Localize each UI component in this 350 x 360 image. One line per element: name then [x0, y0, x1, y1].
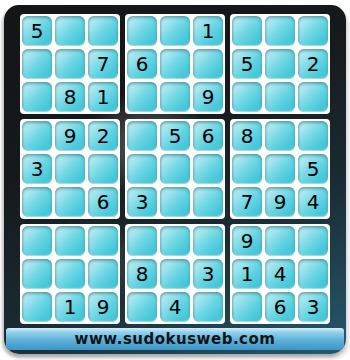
cell-r2c6[interactable]: [193, 49, 223, 79]
cell-r3c8[interactable]: [265, 82, 295, 112]
cell-r5c1[interactable]: 3: [22, 154, 52, 184]
cell-r4c5[interactable]: 5: [160, 121, 190, 151]
cell-r1c6[interactable]: 1: [193, 16, 223, 46]
cell-r4c9[interactable]: [298, 121, 328, 151]
box-2: 169: [125, 14, 225, 114]
cell-r9c6[interactable]: [193, 292, 223, 322]
box-3: 52: [230, 14, 330, 114]
cell-r7c2[interactable]: [55, 226, 85, 256]
box-9: 91463: [230, 224, 330, 324]
cell-r3c2[interactable]: 8: [55, 82, 85, 112]
cell-r9c7[interactable]: [232, 292, 262, 322]
box-8: 834: [125, 224, 225, 324]
cell-r2c7[interactable]: 5: [232, 49, 262, 79]
cell-r2c9[interactable]: 2: [298, 49, 328, 79]
cell-r7c4[interactable]: [127, 226, 157, 256]
cell-r7c5[interactable]: [160, 226, 190, 256]
cell-r3c7[interactable]: [232, 82, 262, 112]
cell-r3c9[interactable]: [298, 82, 328, 112]
cell-r9c9[interactable]: 3: [298, 292, 328, 322]
cell-r8c7[interactable]: 1: [232, 259, 262, 289]
cell-r3c6[interactable]: 9: [193, 82, 223, 112]
cell-r2c3[interactable]: 7: [88, 49, 118, 79]
cell-r4c7[interactable]: 8: [232, 121, 262, 151]
cell-r4c1[interactable]: [22, 121, 52, 151]
box-1: 5781: [20, 14, 120, 114]
cell-r9c3[interactable]: 9: [88, 292, 118, 322]
box-7: 19: [20, 224, 120, 324]
cell-r7c3[interactable]: [88, 226, 118, 256]
cell-r5c8[interactable]: [265, 154, 295, 184]
cell-r4c8[interactable]: [265, 121, 295, 151]
cell-r5c5[interactable]: [160, 154, 190, 184]
cell-r8c9[interactable]: [298, 259, 328, 289]
cell-r2c8[interactable]: [265, 49, 295, 79]
cell-r8c6[interactable]: 3: [193, 259, 223, 289]
cell-r8c1[interactable]: [22, 259, 52, 289]
cell-r9c5[interactable]: 4: [160, 292, 190, 322]
cell-r8c8[interactable]: 4: [265, 259, 295, 289]
cell-r1c1[interactable]: 5: [22, 16, 52, 46]
cell-r2c5[interactable]: [160, 49, 190, 79]
box-4: 9236: [20, 119, 120, 219]
cell-r4c6[interactable]: 6: [193, 121, 223, 151]
cell-r7c9[interactable]: [298, 226, 328, 256]
board-frame: 5781169529236563857941983491463 www.sudo…: [4, 5, 346, 354]
cell-r4c3[interactable]: 2: [88, 121, 118, 151]
cell-r5c9[interactable]: 5: [298, 154, 328, 184]
cell-r9c8[interactable]: 6: [265, 292, 295, 322]
sudoku-page: 5781169529236563857941983491463 www.sudo…: [0, 0, 350, 360]
cell-r9c2[interactable]: 1: [55, 292, 85, 322]
cell-r6c6[interactable]: [193, 187, 223, 217]
cell-r1c2[interactable]: [55, 16, 85, 46]
cell-r8c5[interactable]: [160, 259, 190, 289]
cell-r6c7[interactable]: 7: [232, 187, 262, 217]
cell-r9c4[interactable]: [127, 292, 157, 322]
cell-r6c4[interactable]: 3: [127, 187, 157, 217]
cell-r8c3[interactable]: [88, 259, 118, 289]
cell-r3c1[interactable]: [22, 82, 52, 112]
cell-r6c1[interactable]: [22, 187, 52, 217]
cell-r6c8[interactable]: 9: [265, 187, 295, 217]
cell-r3c5[interactable]: [160, 82, 190, 112]
cell-r9c1[interactable]: [22, 292, 52, 322]
cell-r3c3[interactable]: 1: [88, 82, 118, 112]
cell-r2c1[interactable]: [22, 49, 52, 79]
cell-r5c3[interactable]: [88, 154, 118, 184]
cell-r1c3[interactable]: [88, 16, 118, 46]
cell-r1c4[interactable]: [127, 16, 157, 46]
cell-r8c4[interactable]: 8: [127, 259, 157, 289]
cell-r5c6[interactable]: [193, 154, 223, 184]
cell-r1c9[interactable]: [298, 16, 328, 46]
cell-r7c7[interactable]: 9: [232, 226, 262, 256]
cell-r6c2[interactable]: [55, 187, 85, 217]
cell-r4c4[interactable]: [127, 121, 157, 151]
cell-r6c5[interactable]: [160, 187, 190, 217]
box-6: 85794: [230, 119, 330, 219]
cell-r7c1[interactable]: [22, 226, 52, 256]
cell-r6c3[interactable]: 6: [88, 187, 118, 217]
cell-r5c2[interactable]: [55, 154, 85, 184]
cell-r2c4[interactable]: 6: [127, 49, 157, 79]
cell-r6c9[interactable]: 4: [298, 187, 328, 217]
cell-r1c5[interactable]: [160, 16, 190, 46]
cell-r1c7[interactable]: [232, 16, 262, 46]
cell-r5c7[interactable]: [232, 154, 262, 184]
box-5: 563: [125, 119, 225, 219]
cell-r7c6[interactable]: [193, 226, 223, 256]
cell-r8c2[interactable]: [55, 259, 85, 289]
cell-r2c2[interactable]: [55, 49, 85, 79]
cell-r3c4[interactable]: [127, 82, 157, 112]
footer-band: www.sudokusweb.com: [6, 328, 344, 350]
footer-link[interactable]: www.sudokusweb.com: [75, 330, 276, 348]
cell-r7c8[interactable]: [265, 226, 295, 256]
cell-r4c2[interactable]: 9: [55, 121, 85, 151]
cell-r5c4[interactable]: [127, 154, 157, 184]
cell-r1c8[interactable]: [265, 16, 295, 46]
sudoku-board: 5781169529236563857941983491463: [20, 14, 330, 324]
